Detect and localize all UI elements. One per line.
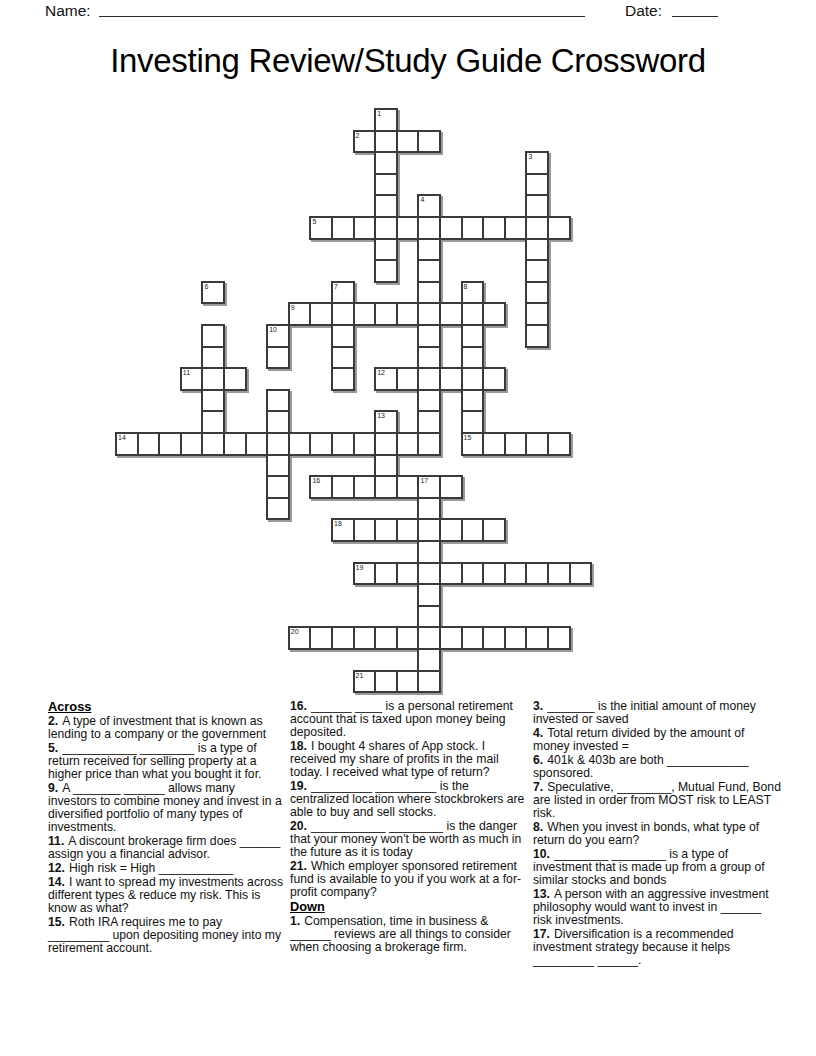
- cell-number: 3: [528, 152, 532, 161]
- grid-cell-r16c12[interactable]: [374, 454, 398, 478]
- clue-text: _________ _________ is the centralized l…: [290, 779, 524, 819]
- name-label: Name:: [45, 2, 91, 20]
- grid-cell-r12c14[interactable]: [417, 367, 441, 391]
- grid-cell-r20c14[interactable]: [417, 540, 441, 564]
- grid-cell-r21c14[interactable]: [417, 562, 441, 586]
- grid-cell-r17c14[interactable]: 17: [417, 475, 441, 499]
- clue-number: 7.: [533, 780, 543, 794]
- clue-text: Compensation, time in business & ______ …: [290, 914, 511, 954]
- grid-cell-r18c14[interactable]: [417, 497, 441, 521]
- grid-cell-r5c12[interactable]: [374, 216, 398, 240]
- grid-cell-r11c4[interactable]: [201, 346, 225, 370]
- cell-number: 18: [334, 519, 342, 528]
- grid-cell-r24c8[interactable]: 20: [288, 626, 312, 650]
- grid-cell-r19c17[interactable]: [482, 518, 506, 542]
- grid-cell-r1c11[interactable]: 2: [353, 130, 377, 154]
- grid-cell-r5c16[interactable]: [461, 216, 485, 240]
- grid-cell-r15c14[interactable]: [417, 432, 441, 456]
- grid-cell-r19c10[interactable]: 18: [331, 518, 355, 542]
- grid-cell-r15c11[interactable]: [353, 432, 377, 456]
- clue-number: 11.: [48, 834, 64, 848]
- cell-number: 9: [291, 303, 295, 312]
- clue-across-19: 19._________ _________ is the centralize…: [290, 780, 531, 819]
- grid-cell-r26c13[interactable]: [396, 670, 420, 694]
- grid-cell-r0c12[interactable]: 1: [374, 108, 398, 132]
- clue-number: 21.: [290, 859, 307, 873]
- grid-cell-r7c14[interactable]: [417, 259, 441, 283]
- down-heading: Down: [290, 900, 531, 913]
- grid-cell-r15c7[interactable]: [266, 432, 290, 456]
- clue-number: 1.: [290, 914, 300, 928]
- grid-cell-r24c20[interactable]: [547, 626, 571, 650]
- clue-number: 18.: [290, 739, 307, 753]
- grid-cell-r24c10[interactable]: [331, 626, 355, 650]
- grid-cell-r10c10[interactable]: [331, 324, 355, 348]
- grid-cell-r4c19[interactable]: [525, 194, 549, 218]
- grid-cell-r9c13[interactable]: [396, 302, 420, 326]
- grid-cell-r10c7[interactable]: 10: [266, 324, 290, 348]
- grid-cell-r9c15[interactable]: [439, 302, 463, 326]
- clue-down-7: 7.Speculative, ________, Mutual Fund, Bo…: [533, 781, 781, 820]
- grid-cell-r21c15[interactable]: [439, 562, 463, 586]
- grid-cell-r9c14[interactable]: [417, 302, 441, 326]
- clue-number: 6.: [533, 753, 543, 767]
- grid-cell-r15c9[interactable]: [309, 432, 333, 456]
- grid-cell-r15c10[interactable]: [331, 432, 355, 456]
- grid-cell-r24c19[interactable]: [525, 626, 549, 650]
- grid-cell-r12c4[interactable]: [201, 367, 225, 391]
- grid-cell-r12c3[interactable]: 11: [180, 367, 204, 391]
- grid-cell-r22c14[interactable]: [417, 583, 441, 607]
- clue-across-21: 21.Which employer sponsored retirement f…: [290, 860, 531, 899]
- grid-cell-r9c17[interactable]: [482, 302, 506, 326]
- grid-cell-r5c10[interactable]: [331, 216, 355, 240]
- grid-cell-r13c4[interactable]: [201, 389, 225, 413]
- cell-number: 21: [356, 671, 364, 680]
- grid-cell-r21c13[interactable]: [396, 562, 420, 586]
- grid-cell-r19c14[interactable]: [417, 518, 441, 542]
- grid-cell-r19c15[interactable]: [439, 518, 463, 542]
- grid-cell-r4c14[interactable]: 4: [417, 194, 441, 218]
- clue-number: 20.: [290, 819, 307, 833]
- clue-number: 10.: [533, 847, 550, 861]
- grid-cell-r15c5[interactable]: [223, 432, 247, 456]
- grid-cell-r24c14[interactable]: [417, 626, 441, 650]
- clue-text: High risk = High ___________: [69, 861, 233, 875]
- grid-cell-r15c8[interactable]: [288, 432, 312, 456]
- grid-cell-r6c14[interactable]: [417, 238, 441, 262]
- grid-cell-r13c7[interactable]: [266, 389, 290, 413]
- grid-cell-r11c16[interactable]: [461, 346, 485, 370]
- cell-number: 5: [312, 217, 316, 226]
- clue-down-10: 10.________ ________ is a type of invest…: [533, 848, 781, 887]
- crossword-grid: 123456789101112131415161718192021: [115, 108, 595, 696]
- clue-number: 17.: [533, 927, 550, 941]
- grid-cell-r15c0[interactable]: 14: [115, 432, 139, 456]
- grid-cell-r16c7[interactable]: [266, 454, 290, 478]
- clue-down-6: 6.401k & 403b are both ____________ spon…: [533, 754, 781, 780]
- clue-text: A person with an aggressive investment p…: [533, 887, 769, 927]
- grid-cell-r15c18[interactable]: [504, 432, 528, 456]
- grid-cell-r19c16[interactable]: [461, 518, 485, 542]
- grid-cell-r1c14[interactable]: [417, 130, 441, 154]
- clue-number: 14.: [48, 875, 65, 889]
- grid-cell-r12c17[interactable]: [482, 367, 506, 391]
- clues-column-1: Across2.A type of investment that is kno…: [48, 700, 286, 956]
- clue-across-14: 14.I want to spread my investments acros…: [48, 876, 286, 915]
- clue-text: I bought 4 shares of App stock. I receiv…: [290, 739, 499, 779]
- clue-text: Roth IRA requires me to pay _________ up…: [48, 915, 281, 955]
- grid-cell-r21c12[interactable]: [374, 562, 398, 586]
- clue-number: 12.: [48, 861, 65, 875]
- clue-across-15: 15.Roth IRA requires me to pay _________…: [48, 916, 286, 955]
- grid-cell-r17c15[interactable]: [439, 475, 463, 499]
- grid-cell-r21c19[interactable]: [525, 562, 549, 586]
- clue-number: 16.: [290, 699, 307, 713]
- clue-text: ___________ ________ is a type of return…: [48, 741, 261, 781]
- grid-cell-r14c7[interactable]: [266, 410, 290, 434]
- grid-cell-r17c9[interactable]: 16: [309, 475, 333, 499]
- grid-cell-r26c12[interactable]: [374, 670, 398, 694]
- grid-cell-r21c17[interactable]: [482, 562, 506, 586]
- grid-cell-r13c16[interactable]: [461, 389, 485, 413]
- clue-text: When you invest in bonds, what type of r…: [533, 820, 759, 847]
- grid-cell-r6c12[interactable]: [374, 238, 398, 262]
- cell-number: 11: [183, 368, 190, 377]
- clue-number: 15.: [48, 915, 65, 929]
- grid-cell-r5c20[interactable]: [547, 216, 571, 240]
- grid-cell-r2c12[interactable]: [374, 151, 398, 175]
- grid-cell-r3c19[interactable]: [525, 173, 549, 197]
- grid-cell-r12c12[interactable]: 12: [374, 367, 398, 391]
- clue-text: A type of investment that is known as le…: [48, 714, 266, 741]
- grid-cell-r23c14[interactable]: [417, 605, 441, 629]
- clue-number: 19.: [290, 779, 307, 793]
- clue-text: I want to spread my investments across d…: [48, 875, 283, 915]
- clue-across-16: 16.______ ____ is a personal retirement …: [290, 700, 531, 739]
- cell-number: 2: [356, 131, 360, 140]
- grid-cell-r10c14[interactable]: [417, 324, 441, 348]
- grid-cell-r12c10[interactable]: [331, 367, 355, 391]
- grid-cell-r17c7[interactable]: [266, 475, 290, 499]
- grid-cell-r12c5[interactable]: [223, 367, 247, 391]
- clue-number: 9.: [48, 781, 58, 795]
- grid-cell-r11c7[interactable]: [266, 346, 290, 370]
- grid-cell-r15c16[interactable]: 15: [461, 432, 485, 456]
- grid-cell-r24c15[interactable]: [439, 626, 463, 650]
- grid-cell-r9c8[interactable]: 9: [288, 302, 312, 326]
- grid-cell-r24c12[interactable]: [374, 626, 398, 650]
- across-heading: Across: [48, 700, 286, 713]
- cell-number: 6: [204, 282, 208, 291]
- grid-cell-r15c17[interactable]: [482, 432, 506, 456]
- grid-cell-r15c6[interactable]: [245, 432, 269, 456]
- grid-cell-r17c12[interactable]: [374, 475, 398, 499]
- grid-cell-r14c12[interactable]: 13: [374, 410, 398, 434]
- grid-cell-r5c9[interactable]: 5: [309, 216, 333, 240]
- grid-cell-r21c11[interactable]: 19: [353, 562, 377, 586]
- grid-cell-r9c10[interactable]: [331, 302, 355, 326]
- clue-across-20: 20.___________ ________ is the danger th…: [290, 820, 531, 859]
- grid-cell-r6c19[interactable]: [525, 238, 549, 262]
- clue-number: 2.: [48, 714, 58, 728]
- grid-cell-r12c15[interactable]: [439, 367, 463, 391]
- grid-cell-r8c16[interactable]: 8: [461, 281, 485, 305]
- grid-cell-r24c16[interactable]: [461, 626, 485, 650]
- grid-cell-r8c10[interactable]: 7: [331, 281, 355, 305]
- grid-cell-r14c16[interactable]: [461, 410, 485, 434]
- grid-cell-r1c13[interactable]: [396, 130, 420, 154]
- grid-cell-r11c14[interactable]: [417, 346, 441, 370]
- grid-cell-r10c19[interactable]: [525, 324, 549, 348]
- clue-across-2: 2.A type of investment that is known as …: [48, 715, 286, 741]
- clue-number: 13.: [533, 887, 550, 901]
- cell-number: 10: [269, 325, 277, 334]
- grid-cell-r11c10[interactable]: [331, 346, 355, 370]
- grid-cell-r8c19[interactable]: [525, 281, 549, 305]
- grid-cell-r5c13[interactable]: [396, 216, 420, 240]
- clue-text: ______ ____ is a personal retirement acc…: [290, 699, 513, 739]
- grid-cell-r5c19[interactable]: [525, 216, 549, 240]
- grid-cell-r4c12[interactable]: [374, 194, 398, 218]
- clue-text: Which employer sponsored retirement fund…: [290, 859, 521, 899]
- grid-cell-r9c9[interactable]: [309, 302, 333, 326]
- grid-cell-r7c19[interactable]: [525, 259, 549, 283]
- cell-number: 8: [464, 282, 468, 291]
- grid-cell-r26c11[interactable]: 21: [353, 670, 377, 694]
- grid-cell-r9c12[interactable]: [374, 302, 398, 326]
- clue-down-4: 4.Total return divided by the amount of …: [533, 727, 781, 753]
- clue-across-9: 9.A _______ ______ allows many investors…: [48, 782, 286, 834]
- cell-number: 1: [377, 109, 381, 118]
- date-label: Date:: [625, 2, 662, 20]
- cell-number: 14: [118, 433, 126, 442]
- clue-number: 8.: [533, 820, 543, 834]
- grid-cell-r9c19[interactable]: [525, 302, 549, 326]
- grid-cell-r9c16[interactable]: [461, 302, 485, 326]
- grid-cell-r9c11[interactable]: [353, 302, 377, 326]
- clue-across-12: 12.High risk = High ___________: [48, 862, 286, 875]
- cell-number: 17: [420, 476, 428, 485]
- cell-number: 12: [377, 368, 385, 377]
- grid-cell-r24c13[interactable]: [396, 626, 420, 650]
- clue-down-1: 1.Compensation, time in business & _____…: [290, 915, 531, 954]
- page-title: Investing Review/Study Guide Crossword: [0, 44, 816, 79]
- grid-cell-r15c19[interactable]: [525, 432, 549, 456]
- clues-column-2: 16.______ ____ is a personal retirement …: [290, 700, 531, 955]
- grid-cell-r15c2[interactable]: [158, 432, 182, 456]
- grid-cell-r10c4[interactable]: [201, 324, 225, 348]
- cell-number: 16: [312, 476, 320, 485]
- clue-text: Total return divided by the amount of mo…: [533, 726, 744, 753]
- grid-cell-r21c21[interactable]: [569, 562, 593, 586]
- grid-cell-r21c16[interactable]: [461, 562, 485, 586]
- grid-cell-r19c13[interactable]: [396, 518, 420, 542]
- grid-cell-r10c16[interactable]: [461, 324, 485, 348]
- grid-cell-r21c20[interactable]: [547, 562, 571, 586]
- grid-cell-r7c12[interactable]: [374, 259, 398, 283]
- grid-cell-r19c11[interactable]: [353, 518, 377, 542]
- clue-text: 401k & 403b are both ____________ sponso…: [533, 753, 748, 780]
- clue-text: _______ is the initial amount of money i…: [533, 699, 756, 726]
- grid-cell-r21c18[interactable]: [504, 562, 528, 586]
- clue-across-11: 11.A discount brokerage firm does ______…: [48, 835, 286, 861]
- clue-number: 3.: [533, 699, 543, 713]
- grid-cell-r26c14[interactable]: [417, 670, 441, 694]
- clue-down-3: 3._______ is the initial amount of money…: [533, 700, 781, 726]
- grid-cell-r15c13[interactable]: [396, 432, 420, 456]
- worksheet-page: Name: Date: Investing Review/Study Guide…: [0, 0, 816, 1056]
- grid-cell-r17c11[interactable]: [353, 475, 377, 499]
- grid-cell-r2c19[interactable]: 3: [525, 151, 549, 175]
- cell-number: 7: [334, 282, 338, 291]
- clue-number: 5.: [48, 741, 58, 755]
- grid-cell-r24c17[interactable]: [482, 626, 506, 650]
- clue-down-13: 13.A person with an aggressive investmen…: [533, 888, 781, 927]
- grid-cell-r12c13[interactable]: [396, 367, 420, 391]
- grid-cell-r1c12[interactable]: [374, 130, 398, 154]
- grid-cell-r15c1[interactable]: [137, 432, 161, 456]
- cell-number: 4: [420, 195, 424, 204]
- grid-cell-r25c14[interactable]: [417, 648, 441, 672]
- grid-cell-r5c18[interactable]: [504, 216, 528, 240]
- clue-text: ___________ ________ is the danger that …: [290, 819, 521, 859]
- grid-cell-r14c14[interactable]: [417, 410, 441, 434]
- cell-number: 19: [356, 563, 364, 572]
- clue-text: A discount brokerage firm does ______ as…: [48, 834, 280, 861]
- grid-cell-r5c15[interactable]: [439, 216, 463, 240]
- clue-down-17: 17.Diversification is a recommended inve…: [533, 928, 781, 967]
- grid-cell-r8c14[interactable]: [417, 281, 441, 305]
- grid-cell-r17c10[interactable]: [331, 475, 355, 499]
- clue-across-18: 18.I bought 4 shares of App stock. I rec…: [290, 740, 531, 779]
- date-blank-line: [672, 2, 718, 17]
- grid-cell-r12c16[interactable]: [461, 367, 485, 391]
- grid-cell-r5c17[interactable]: [482, 216, 506, 240]
- cell-number: 13: [377, 411, 385, 420]
- clue-text: A _______ ______ allows many investors t…: [48, 781, 282, 834]
- clue-number: 4.: [533, 726, 543, 740]
- grid-cell-r13c14[interactable]: [417, 389, 441, 413]
- clue-down-8: 8.When you invest in bonds, what type of…: [533, 821, 781, 847]
- grid-cell-r14c4[interactable]: [201, 410, 225, 434]
- grid-cell-r15c4[interactable]: [201, 432, 225, 456]
- grid-cell-r15c3[interactable]: [180, 432, 204, 456]
- grid-cell-r19c12[interactable]: [374, 518, 398, 542]
- grid-cell-r5c11[interactable]: [353, 216, 377, 240]
- name-blank-line: [99, 2, 585, 17]
- grid-cell-r5c14[interactable]: [417, 216, 441, 240]
- clue-text: ________ ________ is a type of investmen…: [533, 847, 765, 887]
- clue-text: Speculative, ________, Mutual Fund, Bond…: [533, 780, 781, 820]
- clue-across-5: 5.___________ ________ is a type of retu…: [48, 742, 286, 781]
- clues-column-3: 3._______ is the initial amount of money…: [533, 700, 781, 968]
- grid-cell-r15c12[interactable]: [374, 432, 398, 456]
- grid-cell-r3c12[interactable]: [374, 173, 398, 197]
- grid-cell-r15c20[interactable]: [547, 432, 571, 456]
- cell-number: 15: [464, 433, 472, 442]
- grid-cell-r24c9[interactable]: [309, 626, 333, 650]
- cell-number: 20: [291, 627, 299, 636]
- clue-text: Diversification is a recommended investm…: [533, 927, 733, 967]
- grid-cell-r24c11[interactable]: [353, 626, 377, 650]
- grid-cell-r18c7[interactable]: [266, 497, 290, 521]
- grid-cell-r24c18[interactable]: [504, 626, 528, 650]
- grid-cell-r8c4[interactable]: 6: [201, 281, 225, 305]
- grid-cell-r17c13[interactable]: [396, 475, 420, 499]
